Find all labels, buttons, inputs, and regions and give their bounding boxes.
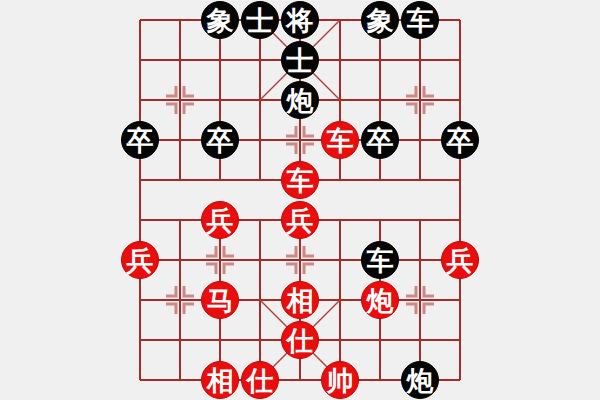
piece-black-elephant[interactable]: 象	[361, 1, 399, 39]
star-marker	[166, 86, 176, 96]
star-marker	[406, 104, 416, 114]
star-marker	[206, 264, 216, 274]
star-marker	[406, 304, 416, 314]
star-marker	[286, 264, 296, 274]
star-marker	[304, 246, 314, 256]
piece-red-advisor[interactable]: 仕	[281, 321, 319, 359]
star-marker	[166, 286, 176, 296]
piece-red-chariot[interactable]: 车	[321, 121, 359, 159]
piece-black-general[interactable]: 将	[281, 1, 319, 39]
star-marker	[424, 286, 434, 296]
piece-red-soldier[interactable]: 兵	[281, 201, 319, 239]
star-marker	[406, 286, 416, 296]
piece-red-chariot[interactable]: 车	[281, 161, 319, 199]
piece-red-general[interactable]: 帅	[321, 361, 359, 399]
piece-black-cannon[interactable]: 炮	[401, 361, 439, 399]
piece-red-soldier[interactable]: 兵	[201, 201, 239, 239]
piece-red-elephant[interactable]: 相	[281, 281, 319, 319]
piece-red-soldier[interactable]: 兵	[441, 241, 479, 279]
piece-black-soldier[interactable]: 卒	[361, 121, 399, 159]
star-marker	[286, 246, 296, 256]
piece-black-advisor[interactable]: 士	[281, 41, 319, 79]
star-marker	[184, 286, 194, 296]
piece-red-advisor[interactable]: 仕	[241, 361, 279, 399]
star-marker	[184, 86, 194, 96]
star-marker	[184, 304, 194, 314]
piece-black-soldier[interactable]: 卒	[441, 121, 479, 159]
star-marker	[166, 104, 176, 114]
piece-red-horse[interactable]: 马	[201, 281, 239, 319]
xiangqi-board: 象士将象车士炮卒卒车卒卒车兵兵兵车兵马相炮仕相仕帅炮	[0, 0, 600, 400]
star-marker	[406, 86, 416, 96]
star-marker	[424, 86, 434, 96]
star-marker	[286, 126, 296, 136]
piece-black-chariot[interactable]: 车	[401, 1, 439, 39]
star-marker	[286, 144, 296, 154]
piece-red-cannon[interactable]: 炮	[361, 281, 399, 319]
piece-red-soldier[interactable]: 兵	[121, 241, 159, 279]
piece-black-elephant[interactable]: 象	[201, 1, 239, 39]
star-marker	[224, 246, 234, 256]
piece-black-soldier[interactable]: 卒	[121, 121, 159, 159]
piece-black-soldier[interactable]: 卒	[201, 121, 239, 159]
star-marker	[206, 246, 216, 256]
star-marker	[304, 264, 314, 274]
star-marker	[304, 144, 314, 154]
star-marker	[224, 264, 234, 274]
star-marker	[424, 304, 434, 314]
star-marker	[166, 304, 176, 314]
piece-black-chariot[interactable]: 车	[361, 241, 399, 279]
star-marker	[424, 104, 434, 114]
star-marker	[304, 126, 314, 136]
star-marker	[184, 104, 194, 114]
piece-black-cannon[interactable]: 炮	[281, 81, 319, 119]
piece-black-advisor[interactable]: 士	[241, 1, 279, 39]
piece-red-elephant[interactable]: 相	[201, 361, 239, 399]
